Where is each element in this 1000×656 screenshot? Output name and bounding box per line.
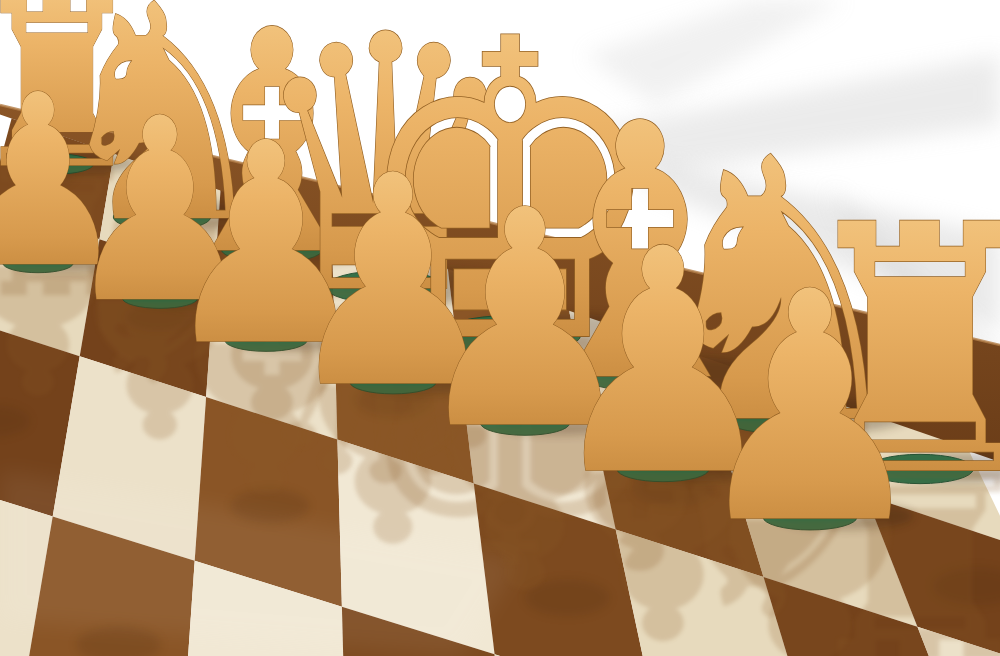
chessboard: ♜♜♞♞♝♝♟♟♛♛♟♟♚♚♟♟♝♝♟♟♞♞♟♟♜♜♟♟♟♟	[0, 0, 1000, 656]
piece-white-pawn-g2[interactable]: ♟	[690, 225, 931, 592]
chess-set-product-photo: ♜♜♞♞♝♝♟♟♛♛♟♟♚♚♟♟♝♝♟♟♞♞♟♟♜♜♟♟♟♟	[0, 0, 1000, 656]
